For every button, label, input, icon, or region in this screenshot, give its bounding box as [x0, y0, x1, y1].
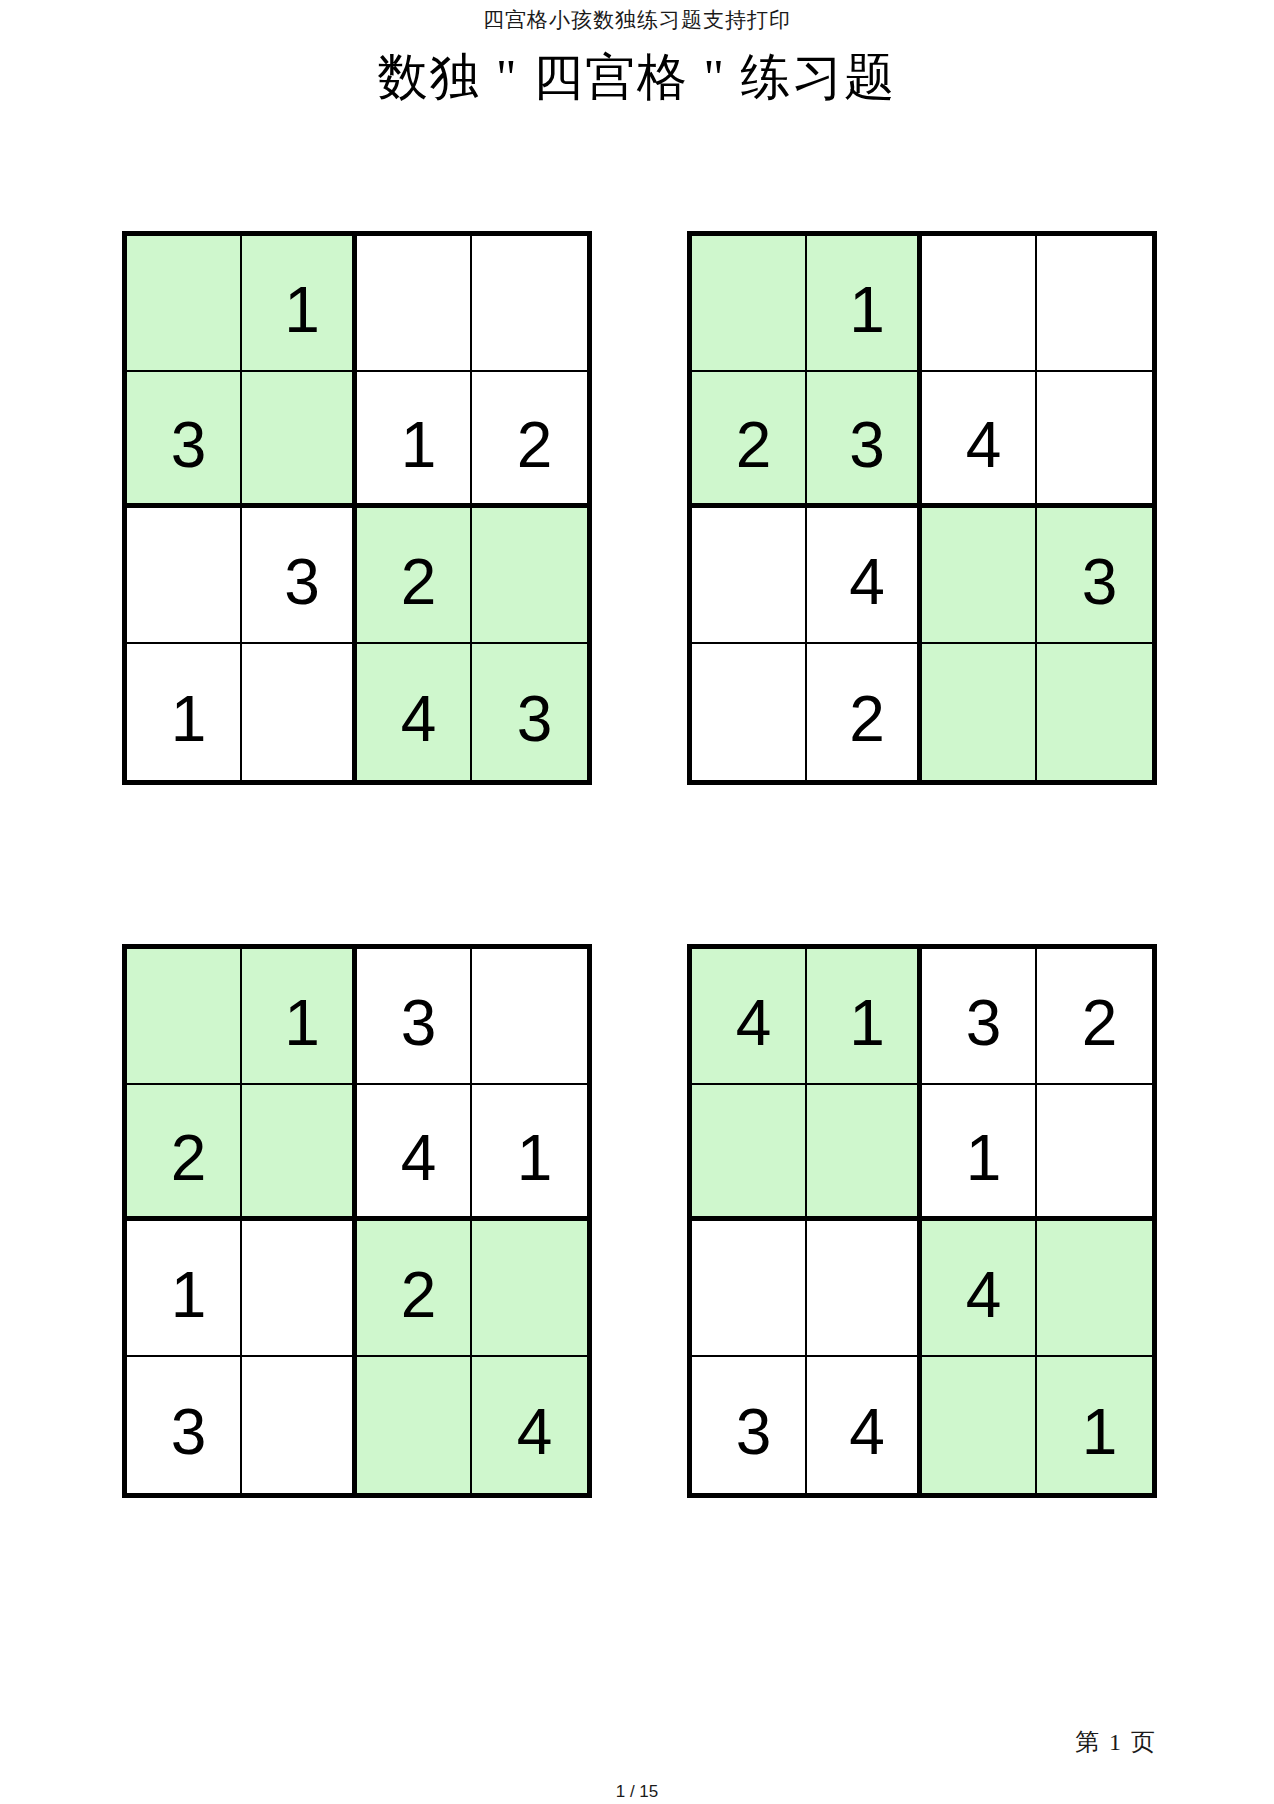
given-digit: 3 — [171, 1400, 207, 1464]
puzzle-3-cell-r1c3[interactable]: 3 — [357, 949, 472, 1085]
puzzle-2-cell-r3c1[interactable] — [692, 508, 807, 644]
given-digit: 1 — [284, 991, 320, 1055]
puzzle-2-cell-r2c3[interactable]: 4 — [922, 372, 1037, 508]
given-digit: 2 — [401, 550, 437, 614]
puzzle-3-cell-r2c4[interactable]: 1 — [472, 1085, 587, 1221]
puzzle-2-cell-r2c1[interactable]: 2 — [692, 372, 807, 508]
given-digit: 2 — [736, 413, 772, 477]
given-digit: 2 — [171, 1126, 207, 1190]
given-digit: 1 — [966, 1126, 1002, 1190]
puzzle-3-cell-r4c2[interactable] — [242, 1357, 357, 1493]
puzzle-grid-1: 131232143 — [122, 231, 592, 785]
given-digit: 4 — [401, 1126, 437, 1190]
given-digit: 1 — [849, 278, 885, 342]
puzzle-2-cell-r3c2[interactable]: 4 — [807, 508, 922, 644]
puzzle-4-cell-r2c1[interactable] — [692, 1085, 807, 1221]
puzzle-3-cell-r2c2[interactable] — [242, 1085, 357, 1221]
given-digit: 1 — [401, 413, 437, 477]
puzzle-2-cell-r2c2[interactable]: 3 — [807, 372, 922, 508]
puzzle-2-cell-r3c3[interactable] — [922, 508, 1037, 644]
puzzle-1-cell-r2c1[interactable]: 3 — [127, 372, 242, 508]
puzzle-grid-4: 413214341 — [687, 944, 1157, 1498]
puzzle-4-cell-r4c2[interactable]: 4 — [807, 1357, 922, 1493]
puzzle-3-cell-r2c3[interactable]: 4 — [357, 1085, 472, 1221]
given-digit: 3 — [517, 687, 553, 751]
given-digit: 3 — [966, 991, 1002, 1055]
given-digit: 2 — [849, 687, 885, 751]
given-digit: 1 — [171, 687, 207, 751]
puzzle-4-cell-r3c4[interactable] — [1037, 1221, 1152, 1357]
puzzle-grid-2: 1234432 — [687, 231, 1157, 785]
given-digit: 1 — [849, 991, 885, 1055]
given-digit: 4 — [736, 991, 772, 1055]
given-digit: 2 — [517, 413, 553, 477]
puzzle-grid-3: 132411234 — [122, 944, 592, 1498]
given-digit: 3 — [171, 413, 207, 477]
puzzle-4-cell-r3c2[interactable] — [807, 1221, 922, 1357]
puzzle-3-cell-r3c4[interactable] — [472, 1221, 587, 1357]
given-digit: 1 — [284, 278, 320, 342]
puzzle-1-cell-r4c2[interactable] — [242, 644, 357, 780]
puzzle-2-cell-r4c3[interactable] — [922, 644, 1037, 780]
worksheet-page: 四宫格小孩数独练习题支持打印 数独 " 四宫格 " 练习题 131232143 … — [0, 0, 1274, 1804]
puzzle-4-cell-r4c3[interactable] — [922, 1357, 1037, 1493]
puzzle-2-cell-r4c1[interactable] — [692, 644, 807, 780]
puzzle-3-cell-r3c3[interactable]: 2 — [357, 1221, 472, 1357]
puzzle-4-cell-r2c3[interactable]: 1 — [922, 1085, 1037, 1221]
puzzle-3-cell-r2c1[interactable]: 2 — [127, 1085, 242, 1221]
puzzle-1-cell-r4c1[interactable]: 1 — [127, 644, 242, 780]
puzzle-1-cell-r4c3[interactable]: 4 — [357, 644, 472, 780]
puzzle-4-cell-r4c4[interactable]: 1 — [1037, 1357, 1152, 1493]
given-digit: 4 — [517, 1400, 553, 1464]
puzzle-1-cell-r1c2[interactable]: 1 — [242, 236, 357, 372]
puzzle-2-cell-r4c2[interactable]: 2 — [807, 644, 922, 780]
given-digit: 3 — [849, 413, 885, 477]
puzzle-3-cell-r4c3[interactable] — [357, 1357, 472, 1493]
given-digit: 1 — [171, 1263, 207, 1327]
puzzle-1-cell-r2c4[interactable]: 2 — [472, 372, 587, 508]
puzzle-2-cell-r2c4[interactable] — [1037, 372, 1152, 508]
puzzle-1-cell-r2c2[interactable] — [242, 372, 357, 508]
page-header: 四宫格小孩数独练习题支持打印 — [0, 6, 1274, 34]
puzzle-1-cell-r1c1[interactable] — [127, 236, 242, 372]
puzzle-4-cell-r1c3[interactable]: 3 — [922, 949, 1037, 1085]
puzzle-2-cell-r1c2[interactable]: 1 — [807, 236, 922, 372]
puzzle-1-cell-r3c4[interactable] — [472, 508, 587, 644]
puzzle-1-cell-r3c3[interactable]: 2 — [357, 508, 472, 644]
given-digit: 3 — [736, 1400, 772, 1464]
given-digit: 2 — [401, 1263, 437, 1327]
given-digit: 3 — [284, 550, 320, 614]
page-progress-label: 1 / 15 — [616, 1782, 659, 1802]
puzzle-1-cell-r1c4[interactable] — [472, 236, 587, 372]
puzzle-1-cell-r2c3[interactable]: 1 — [357, 372, 472, 508]
puzzle-4-cell-r3c3[interactable]: 4 — [922, 1221, 1037, 1357]
puzzle-4-cell-r1c4[interactable]: 2 — [1037, 949, 1152, 1085]
puzzle-4-cell-r4c1[interactable]: 3 — [692, 1357, 807, 1493]
puzzle-4-cell-r2c2[interactable] — [807, 1085, 922, 1221]
puzzle-3-cell-r1c2[interactable]: 1 — [242, 949, 357, 1085]
given-digit: 1 — [1082, 1400, 1118, 1464]
puzzle-4-cell-r1c2[interactable]: 1 — [807, 949, 922, 1085]
puzzle-4-cell-r3c1[interactable] — [692, 1221, 807, 1357]
puzzle-3-cell-r3c1[interactable]: 1 — [127, 1221, 242, 1357]
puzzle-3-cell-r4c4[interactable]: 4 — [472, 1357, 587, 1493]
puzzle-4-cell-r1c1[interactable]: 4 — [692, 949, 807, 1085]
puzzle-2-cell-r4c4[interactable] — [1037, 644, 1152, 780]
given-digit: 4 — [966, 413, 1002, 477]
puzzle-2-cell-r3c4[interactable]: 3 — [1037, 508, 1152, 644]
puzzle-2-cell-r1c3[interactable] — [922, 236, 1037, 372]
puzzle-1-cell-r3c2[interactable]: 3 — [242, 508, 357, 644]
puzzle-3-cell-r4c1[interactable]: 3 — [127, 1357, 242, 1493]
page-number-label: 第 1 页 — [1075, 1726, 1157, 1758]
puzzle-1-cell-r1c3[interactable] — [357, 236, 472, 372]
puzzle-1-cell-r4c4[interactable]: 3 — [472, 644, 587, 780]
puzzle-3-cell-r3c2[interactable] — [242, 1221, 357, 1357]
given-digit: 3 — [401, 991, 437, 1055]
given-digit: 1 — [517, 1126, 553, 1190]
given-digit: 4 — [966, 1263, 1002, 1327]
given-digit: 4 — [849, 550, 885, 614]
given-digit: 3 — [1082, 550, 1118, 614]
given-digit: 2 — [1082, 991, 1118, 1055]
page-title: 数独 " 四宫格 " 练习题 — [0, 44, 1274, 111]
puzzle-3-cell-r1c4[interactable] — [472, 949, 587, 1085]
puzzle-2-cell-r1c1[interactable] — [692, 236, 807, 372]
given-digit: 4 — [401, 687, 437, 751]
puzzle-2-cell-r1c4[interactable] — [1037, 236, 1152, 372]
puzzle-4-cell-r2c4[interactable] — [1037, 1085, 1152, 1221]
puzzle-1-cell-r3c1[interactable] — [127, 508, 242, 644]
given-digit: 4 — [849, 1400, 885, 1464]
puzzle-3-cell-r1c1[interactable] — [127, 949, 242, 1085]
